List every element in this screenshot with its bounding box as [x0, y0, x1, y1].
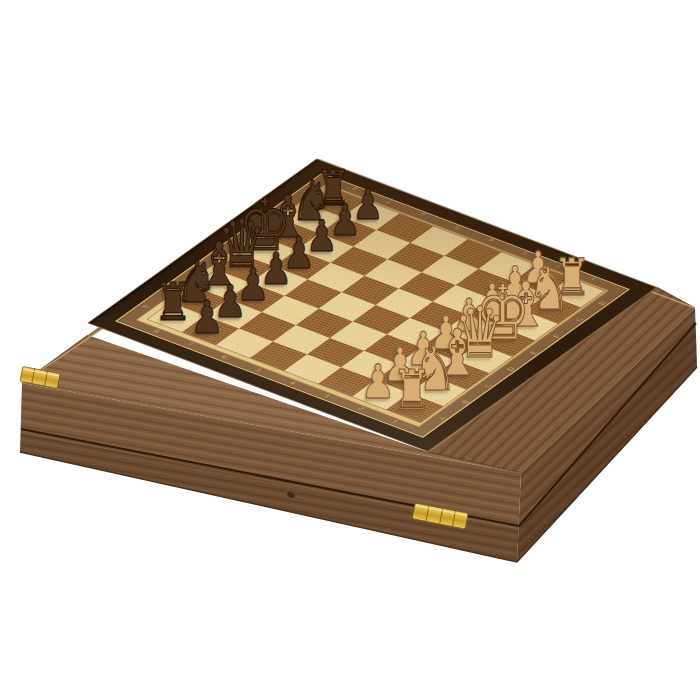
rank-label-right-6: 6: [418, 212, 427, 217]
rank-label-right-5: 5: [453, 225, 462, 230]
chess-box-photo: 1122334455667788AABBCCDDEEFFGGHH ♜♞♝♛♚♝♞…: [0, 0, 700, 700]
piece-dark-rook-a8[interactable]: ♜: [154, 275, 192, 327]
piece-dark-pawn-a7[interactable]: ♟: [190, 295, 224, 341]
rank-label-right-4: 4: [487, 238, 496, 243]
piece-light-rook-a1[interactable]: ♜: [391, 363, 431, 418]
rank-label-right-7: 7: [384, 199, 393, 204]
piece-light-pawn-a2[interactable]: ♟: [360, 358, 395, 405]
